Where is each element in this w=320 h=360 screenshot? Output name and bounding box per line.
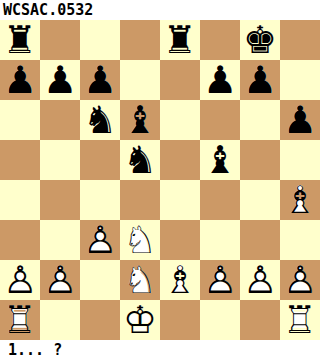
square-f7[interactable]: ♙♟	[200, 60, 240, 100]
square-d6[interactable]: ♗♝	[120, 100, 160, 140]
square-h8[interactable]	[280, 20, 320, 60]
square-e7[interactable]	[160, 60, 200, 100]
piece-black-pawn[interactable]: ♙♟	[280, 100, 320, 140]
black-pawn-outline-layer: ♟	[240, 60, 280, 100]
piece-black-rook[interactable]: ♖♜	[0, 20, 40, 60]
black-bishop-outline-layer: ♝	[120, 100, 160, 140]
square-b2[interactable]: ♟♙	[40, 260, 80, 300]
piece-white-knight[interactable]: ♞♘	[120, 220, 160, 260]
square-c6[interactable]: ♘♞	[80, 100, 120, 140]
square-c7[interactable]: ♙♟	[80, 60, 120, 100]
piece-white-pawn[interactable]: ♟♙	[80, 220, 120, 260]
square-a6[interactable]	[0, 100, 40, 140]
piece-black-pawn[interactable]: ♙♟	[240, 60, 280, 100]
square-c1[interactable]	[80, 300, 120, 340]
piece-white-pawn[interactable]: ♟♙	[280, 260, 320, 300]
title-bar: WCSAC.0532	[0, 0, 320, 20]
square-b6[interactable]	[40, 100, 80, 140]
white-knight-outline-layer: ♘	[120, 220, 160, 260]
square-h6[interactable]: ♙♟	[280, 100, 320, 140]
square-b7[interactable]: ♙♟	[40, 60, 80, 100]
square-d4[interactable]	[120, 180, 160, 220]
square-c8[interactable]	[80, 20, 120, 60]
black-knight-outline-layer: ♞	[80, 100, 120, 140]
move-prompt: 1... ?	[8, 341, 62, 359]
square-d7[interactable]	[120, 60, 160, 100]
square-e2[interactable]: ♝♗	[160, 260, 200, 300]
square-a1[interactable]: ♜♖	[0, 300, 40, 340]
piece-black-bishop[interactable]: ♗♝	[120, 100, 160, 140]
black-pawn-outline-layer: ♟	[200, 60, 240, 100]
piece-black-bishop[interactable]: ♗♝	[200, 140, 240, 180]
square-b1[interactable]	[40, 300, 80, 340]
square-g3[interactable]	[240, 220, 280, 260]
black-pawn-outline-layer: ♟	[280, 100, 320, 140]
square-a5[interactable]	[0, 140, 40, 180]
square-e5[interactable]	[160, 140, 200, 180]
square-d8[interactable]	[120, 20, 160, 60]
square-f5[interactable]: ♗♝	[200, 140, 240, 180]
white-pawn-outline-layer: ♙	[40, 260, 80, 300]
square-a4[interactable]	[0, 180, 40, 220]
square-f1[interactable]	[200, 300, 240, 340]
square-g1[interactable]	[240, 300, 280, 340]
piece-white-knight[interactable]: ♞♘	[120, 260, 160, 300]
piece-white-pawn[interactable]: ♟♙	[0, 260, 40, 300]
white-rook-outline-layer: ♖	[0, 300, 40, 340]
caption-bar: 1... ?	[0, 340, 320, 360]
piece-white-pawn[interactable]: ♟♙	[240, 260, 280, 300]
piece-white-pawn[interactable]: ♟♙	[40, 260, 80, 300]
white-knight-outline-layer: ♘	[120, 260, 160, 300]
square-d3[interactable]: ♞♘	[120, 220, 160, 260]
square-d1[interactable]: ♚♔	[120, 300, 160, 340]
black-bishop-outline-layer: ♝	[200, 140, 240, 180]
piece-black-king[interactable]: ♔♚	[240, 20, 280, 60]
square-f8[interactable]	[200, 20, 240, 60]
piece-white-bishop[interactable]: ♝♗	[280, 180, 320, 220]
square-c4[interactable]	[80, 180, 120, 220]
black-knight-outline-layer: ♞	[120, 140, 160, 180]
black-pawn-outline-layer: ♟	[80, 60, 120, 100]
black-pawn-outline-layer: ♟	[40, 60, 80, 100]
square-a2[interactable]: ♟♙	[0, 260, 40, 300]
black-rook-outline-layer: ♜	[0, 20, 40, 60]
white-king-outline-layer: ♔	[120, 300, 160, 340]
square-f3[interactable]	[200, 220, 240, 260]
piece-white-rook[interactable]: ♜♖	[280, 300, 320, 340]
white-bishop-outline-layer: ♗	[160, 260, 200, 300]
white-pawn-outline-layer: ♙	[80, 220, 120, 260]
square-d2[interactable]: ♞♘	[120, 260, 160, 300]
square-b8[interactable]	[40, 20, 80, 60]
piece-black-rook[interactable]: ♖♜	[160, 20, 200, 60]
piece-white-pawn[interactable]: ♟♙	[200, 260, 240, 300]
square-a3[interactable]	[0, 220, 40, 260]
piece-black-knight[interactable]: ♘♞	[120, 140, 160, 180]
square-b4[interactable]	[40, 180, 80, 220]
square-d5[interactable]: ♘♞	[120, 140, 160, 180]
square-h3[interactable]	[280, 220, 320, 260]
square-g4[interactable]	[240, 180, 280, 220]
chess-diagram-window: WCSAC.0532 ♖♜♖♜♔♚♙♟♙♟♙♟♙♟♙♟♘♞♗♝♙♟♘♞♗♝♝♗♟…	[0, 0, 320, 360]
square-f2[interactable]: ♟♙	[200, 260, 240, 300]
square-g7[interactable]: ♙♟	[240, 60, 280, 100]
piece-black-pawn[interactable]: ♙♟	[0, 60, 40, 100]
square-b5[interactable]	[40, 140, 80, 180]
square-g2[interactable]: ♟♙	[240, 260, 280, 300]
piece-white-bishop[interactable]: ♝♗	[160, 260, 200, 300]
square-g5[interactable]	[240, 140, 280, 180]
piece-black-pawn[interactable]: ♙♟	[80, 60, 120, 100]
black-pawn-outline-layer: ♟	[0, 60, 40, 100]
square-h1[interactable]: ♜♖	[280, 300, 320, 340]
square-a8[interactable]: ♖♜	[0, 20, 40, 60]
piece-white-rook[interactable]: ♜♖	[0, 300, 40, 340]
square-c3[interactable]: ♟♙	[80, 220, 120, 260]
piece-black-pawn[interactable]: ♙♟	[40, 60, 80, 100]
square-h5[interactable]	[280, 140, 320, 180]
piece-black-knight[interactable]: ♘♞	[80, 100, 120, 140]
piece-white-king[interactable]: ♚♔	[120, 300, 160, 340]
white-pawn-outline-layer: ♙	[200, 260, 240, 300]
white-rook-outline-layer: ♖	[280, 300, 320, 340]
piece-black-pawn[interactable]: ♙♟	[200, 60, 240, 100]
square-g8[interactable]: ♔♚	[240, 20, 280, 60]
white-pawn-outline-layer: ♙	[240, 260, 280, 300]
square-f6[interactable]	[200, 100, 240, 140]
chess-board: ♖♜♖♜♔♚♙♟♙♟♙♟♙♟♙♟♘♞♗♝♙♟♘♞♗♝♝♗♟♙♞♘♟♙♟♙♞♘♝♗…	[0, 20, 320, 340]
square-f4[interactable]	[200, 180, 240, 220]
square-e8[interactable]: ♖♜	[160, 20, 200, 60]
white-bishop-outline-layer: ♗	[280, 180, 320, 220]
white-pawn-outline-layer: ♙	[280, 260, 320, 300]
square-g6[interactable]	[240, 100, 280, 140]
square-c5[interactable]	[80, 140, 120, 180]
square-e1[interactable]	[160, 300, 200, 340]
square-e3[interactable]	[160, 220, 200, 260]
black-rook-outline-layer: ♜	[160, 20, 200, 60]
square-c2[interactable]	[80, 260, 120, 300]
square-e4[interactable]	[160, 180, 200, 220]
square-a7[interactable]: ♙♟	[0, 60, 40, 100]
square-h4[interactable]: ♝♗	[280, 180, 320, 220]
diagram-title: WCSAC.0532	[3, 1, 93, 19]
black-king-outline-layer: ♚	[240, 20, 280, 60]
square-h7[interactable]	[280, 60, 320, 100]
square-b3[interactable]	[40, 220, 80, 260]
square-h2[interactable]: ♟♙	[280, 260, 320, 300]
white-pawn-outline-layer: ♙	[0, 260, 40, 300]
square-e6[interactable]	[160, 100, 200, 140]
